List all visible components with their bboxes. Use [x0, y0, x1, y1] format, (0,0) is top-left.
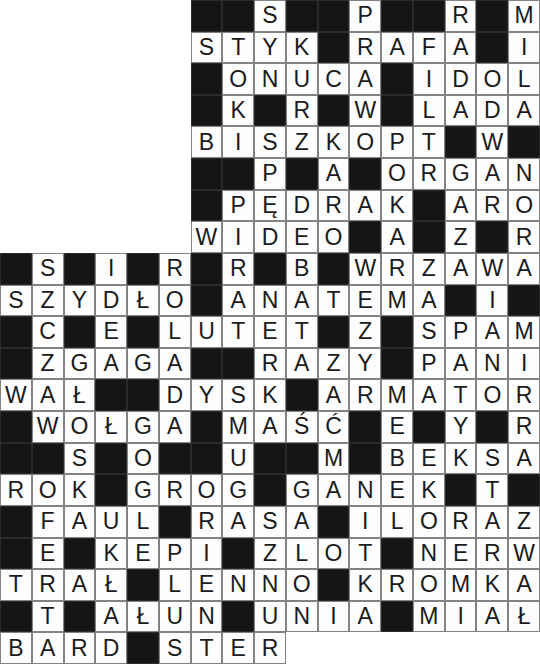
- letter-cell-r16c14: K: [413, 474, 445, 506]
- letter-cell-r10c5: Ł: [127, 285, 159, 317]
- letter-cell-r11c15: P: [445, 316, 477, 348]
- outside-r7c1: [0, 190, 32, 222]
- black-cell-r14c1: [0, 411, 32, 443]
- letter-cell-r6c16: A: [476, 158, 508, 190]
- black-cell-r9c1: [0, 253, 32, 285]
- black-cell-r18c13: [381, 538, 413, 570]
- outside-r2c2: [32, 32, 64, 64]
- letter-cell-r3c17: L: [508, 63, 540, 95]
- outside-r5c4: [95, 126, 127, 158]
- letter-cell-r8c15: Z: [445, 221, 477, 253]
- black-cell-r9c3: [64, 253, 96, 285]
- letter-cell-r18c4: K: [95, 538, 127, 570]
- black-cell-r15c4: [95, 443, 127, 475]
- letter-cell-r21c8: E: [222, 632, 254, 664]
- black-cell-r11c13: [381, 316, 413, 348]
- black-cell-r2c11: [318, 32, 350, 64]
- letter-cell-r1c9: S: [254, 0, 286, 32]
- letter-cell-r8c11: O: [318, 221, 350, 253]
- letter-cell-r2c10: K: [286, 32, 318, 64]
- black-cell-r10c15: [445, 285, 477, 317]
- letter-cell-r14c9: A: [254, 411, 286, 443]
- letter-cell-r13c17: R: [508, 379, 540, 411]
- black-cell-r1c8: [222, 0, 254, 32]
- black-cell-r11c5: [127, 316, 159, 348]
- letter-cell-r19c7: E: [191, 569, 223, 601]
- letter-cell-r20c10: N: [286, 601, 318, 633]
- outside-r1c5: [127, 0, 159, 32]
- outside-r5c6: [159, 126, 191, 158]
- letter-cell-r11c16: A: [476, 316, 508, 348]
- outside-r5c1: [0, 126, 32, 158]
- black-cell-r8c14: [413, 221, 445, 253]
- outside-r5c5: [127, 126, 159, 158]
- black-cell-r18c8: [222, 538, 254, 570]
- letter-cell-r11c14: S: [413, 316, 445, 348]
- letter-cell-r3c11: C: [318, 63, 350, 95]
- black-cell-r4c9: [254, 95, 286, 127]
- letter-cell-r14c5: G: [127, 411, 159, 443]
- letter-cell-r10c6: O: [159, 285, 191, 317]
- letter-cell-r15c8: U: [222, 443, 254, 475]
- outside-r8c4: [95, 221, 127, 253]
- letter-cell-r11c7: U: [191, 316, 223, 348]
- letter-cell-r18c12: T: [349, 538, 381, 570]
- outside-r21c10: [286, 632, 318, 664]
- letter-cell-r2c12: R: [349, 32, 381, 64]
- letter-cell-r7c16: R: [476, 190, 508, 222]
- letter-cell-r7c12: A: [349, 190, 381, 222]
- letter-cell-r2c17: I: [508, 32, 540, 64]
- letter-cell-r18c7: I: [191, 538, 223, 570]
- letter-cell-r11c10: T: [286, 316, 318, 348]
- letter-cell-r14c10: Ś: [286, 411, 318, 443]
- letter-cell-r11c12: Z: [349, 316, 381, 348]
- letter-cell-r19c6: L: [159, 569, 191, 601]
- outside-r2c3: [64, 32, 96, 64]
- letter-cell-r16c2: O: [32, 474, 64, 506]
- black-cell-r8c16: [476, 221, 508, 253]
- letter-cell-r13c6: D: [159, 379, 191, 411]
- letter-cell-r12c11: Z: [318, 348, 350, 380]
- letter-cell-r5c10: Z: [286, 126, 318, 158]
- letter-cell-r14c3: O: [64, 411, 96, 443]
- outside-r4c6: [159, 95, 191, 127]
- letter-cell-r19c2: R: [32, 569, 64, 601]
- black-cell-r19c11: [318, 569, 350, 601]
- letter-cell-r11c2: C: [32, 316, 64, 348]
- letter-cell-r8c17: R: [508, 221, 540, 253]
- letter-cell-r18c14: N: [413, 538, 445, 570]
- letter-cell-r17c15: R: [445, 506, 477, 538]
- letter-cell-r19c12: K: [349, 569, 381, 601]
- letter-cell-r6c13: O: [381, 158, 413, 190]
- outside-r3c6: [159, 63, 191, 95]
- outside-r3c3: [64, 63, 96, 95]
- letter-cell-r14c15: Y: [445, 411, 477, 443]
- letter-cell-r9c15: A: [445, 253, 477, 285]
- black-cell-r12c8: [222, 348, 254, 380]
- letter-cell-r17c12: I: [349, 506, 381, 538]
- letter-cell-r9c13: R: [381, 253, 413, 285]
- letter-cell-r5c11: K: [318, 126, 350, 158]
- letter-cell-r13c15: T: [445, 379, 477, 411]
- black-cell-r5c17: [508, 126, 540, 158]
- letter-cell-r12c3: G: [64, 348, 96, 380]
- outside-r21c11: [318, 632, 350, 664]
- letter-cell-r10c16: I: [476, 285, 508, 317]
- letter-cell-r3c15: D: [445, 63, 477, 95]
- black-cell-r12c13: [381, 348, 413, 380]
- outside-r2c6: [159, 32, 191, 64]
- letter-cell-r13c12: R: [349, 379, 381, 411]
- letter-cell-r20c16: A: [476, 601, 508, 633]
- letter-cell-r17c8: A: [222, 506, 254, 538]
- black-cell-r7c14: [413, 190, 445, 222]
- letter-cell-r17c10: A: [286, 506, 318, 538]
- letter-cell-r14c4: Ł: [95, 411, 127, 443]
- letter-cell-r7c10: D: [286, 190, 318, 222]
- outside-r6c1: [0, 158, 32, 190]
- crossword-grid: SPRMSTYKRAFAIONUCAIDOLKRWLADABISZKOPTWPA…: [0, 0, 540, 664]
- letter-cell-r2c8: T: [222, 32, 254, 64]
- black-cell-r15c1: [0, 443, 32, 475]
- black-cell-r10c17: [508, 285, 540, 317]
- letter-cell-r5c9: S: [254, 126, 286, 158]
- black-cell-r13c5: [127, 379, 159, 411]
- outside-r3c4: [95, 63, 127, 95]
- letter-cell-r19c13: R: [381, 569, 413, 601]
- letter-cell-r9c6: R: [159, 253, 191, 285]
- letter-cell-r15c11: M: [318, 443, 350, 475]
- black-cell-r6c12: [349, 158, 381, 190]
- letter-cell-r7c17: O: [508, 190, 540, 222]
- outside-r7c6: [159, 190, 191, 222]
- black-cell-r20c3: [64, 601, 96, 633]
- black-cell-r15c6: [159, 443, 191, 475]
- black-cell-r3c7: [191, 63, 223, 95]
- letter-cell-r10c9: N: [254, 285, 286, 317]
- black-cell-r15c12: [349, 443, 381, 475]
- black-cell-r19c5: [127, 569, 159, 601]
- letter-cell-r14c6: A: [159, 411, 191, 443]
- outside-r1c3: [64, 0, 96, 32]
- letter-cell-r17c13: L: [381, 506, 413, 538]
- letter-cell-r6c14: R: [413, 158, 445, 190]
- outside-r2c4: [95, 32, 127, 64]
- black-cell-r1c7: [191, 0, 223, 32]
- letter-cell-r16c1: R: [0, 474, 32, 506]
- letter-cell-r11c9: E: [254, 316, 286, 348]
- outside-r8c6: [159, 221, 191, 253]
- letter-cell-r13c11: A: [318, 379, 350, 411]
- letter-cell-r16c10: G: [286, 474, 318, 506]
- letter-cell-r20c5: Ł: [127, 601, 159, 633]
- letter-cell-r1c17: M: [508, 0, 540, 32]
- letter-cell-r12c10: A: [286, 348, 318, 380]
- letter-cell-r11c8: T: [222, 316, 254, 348]
- letter-cell-r21c4: D: [95, 632, 127, 664]
- letter-cell-r13c13: M: [381, 379, 413, 411]
- letter-cell-r12c5: G: [127, 348, 159, 380]
- letter-cell-r18c2: E: [32, 538, 64, 570]
- outside-r8c1: [0, 221, 32, 253]
- letter-cell-r5c7: B: [191, 126, 223, 158]
- outside-r7c2: [32, 190, 64, 222]
- letter-cell-r12c17: I: [508, 348, 540, 380]
- letter-cell-r3c16: O: [476, 63, 508, 95]
- black-cell-r9c9: [254, 253, 286, 285]
- outside-r4c4: [95, 95, 127, 127]
- outside-r4c3: [64, 95, 96, 127]
- black-cell-r14c7: [191, 411, 223, 443]
- letter-cell-r3c10: U: [286, 63, 318, 95]
- letter-cell-r11c17: M: [508, 316, 540, 348]
- black-cell-r14c12: [349, 411, 381, 443]
- letter-cell-r1c12: P: [349, 0, 381, 32]
- letter-cell-r10c2: Z: [32, 285, 64, 317]
- letter-cell-r15c17: A: [508, 443, 540, 475]
- letter-cell-r12c16: N: [476, 348, 508, 380]
- black-cell-r7c7: [191, 190, 223, 222]
- letter-cell-r13c8: S: [222, 379, 254, 411]
- outside-r21c12: [349, 632, 381, 664]
- letter-cell-r4c16: D: [476, 95, 508, 127]
- outside-r5c3: [64, 126, 96, 158]
- letter-cell-r8c9: D: [254, 221, 286, 253]
- letter-cell-r13c2: A: [32, 379, 64, 411]
- letter-cell-r16c16: T: [476, 474, 508, 506]
- letter-cell-r17c7: R: [191, 506, 223, 538]
- outside-r1c6: [159, 0, 191, 32]
- letter-cell-r15c3: S: [64, 443, 96, 475]
- letter-cell-r3c8: O: [222, 63, 254, 95]
- black-cell-r12c1: [0, 348, 32, 380]
- letter-cell-r18c10: L: [286, 538, 318, 570]
- letter-cell-r18c6: P: [159, 538, 191, 570]
- letter-cell-r7c15: A: [445, 190, 477, 222]
- black-cell-r9c7: [191, 253, 223, 285]
- outside-r21c13: [381, 632, 413, 664]
- black-cell-r21c5: [127, 632, 159, 664]
- outside-r4c1: [0, 95, 32, 127]
- letter-cell-r15c15: K: [445, 443, 477, 475]
- black-cell-r6c10: [286, 158, 318, 190]
- outside-r6c6: [159, 158, 191, 190]
- black-cell-r3c13: [381, 63, 413, 95]
- outside-r2c1: [0, 32, 32, 64]
- letter-cell-r15c5: O: [127, 443, 159, 475]
- letter-cell-r18c5: E: [127, 538, 159, 570]
- letter-cell-r8c13: A: [381, 221, 413, 253]
- letter-cell-r4c10: R: [286, 95, 318, 127]
- letter-cell-r10c4: D: [95, 285, 127, 317]
- letter-cell-r16c13: E: [381, 474, 413, 506]
- letter-cell-r20c11: I: [318, 601, 350, 633]
- letter-cell-r12c2: Z: [32, 348, 64, 380]
- letter-cell-r16c11: A: [318, 474, 350, 506]
- letter-cell-r5c14: T: [413, 126, 445, 158]
- letter-cell-r10c11: T: [318, 285, 350, 317]
- letter-cell-r16c7: O: [191, 474, 223, 506]
- letter-cell-r12c12: Y: [349, 348, 381, 380]
- letter-cell-r19c3: A: [64, 569, 96, 601]
- letter-cell-r20c6: U: [159, 601, 191, 633]
- black-cell-r5c15: [445, 126, 477, 158]
- letter-cell-r17c9: S: [254, 506, 286, 538]
- letter-cell-r6c11: A: [318, 158, 350, 190]
- black-cell-r15c10: [286, 443, 318, 475]
- black-cell-r15c7: [191, 443, 223, 475]
- letter-cell-r9c17: A: [508, 253, 540, 285]
- outside-r7c3: [64, 190, 96, 222]
- outside-r1c1: [0, 0, 32, 32]
- letter-cell-r5c13: P: [381, 126, 413, 158]
- letter-cell-r19c16: K: [476, 569, 508, 601]
- letter-cell-r2c15: A: [445, 32, 477, 64]
- letter-cell-r6c15: G: [445, 158, 477, 190]
- black-cell-r16c17: [508, 474, 540, 506]
- outside-r6c2: [32, 158, 64, 190]
- black-cell-r1c11: [318, 0, 350, 32]
- letter-cell-r10c14: A: [413, 285, 445, 317]
- letter-cell-r13c9: K: [254, 379, 286, 411]
- letter-cell-r9c16: W: [476, 253, 508, 285]
- letter-cell-r16c12: N: [349, 474, 381, 506]
- letter-cell-r3c9: N: [254, 63, 286, 95]
- letter-cell-r18c17: W: [508, 538, 540, 570]
- letter-cell-r19c1: T: [0, 569, 32, 601]
- letter-cell-r14c11: Ć: [318, 411, 350, 443]
- black-cell-r11c3: [64, 316, 96, 348]
- outside-r8c5: [127, 221, 159, 253]
- letter-cell-r21c6: S: [159, 632, 191, 664]
- letter-cell-r21c3: R: [64, 632, 96, 664]
- letter-cell-r1c15: R: [445, 0, 477, 32]
- letter-cell-r19c15: M: [445, 569, 477, 601]
- black-cell-r9c11: [318, 253, 350, 285]
- letter-cell-r18c11: O: [318, 538, 350, 570]
- black-cell-r16c15: [445, 474, 477, 506]
- black-cell-r2c16: [476, 32, 508, 64]
- letter-cell-r14c8: M: [222, 411, 254, 443]
- black-cell-r10c7: [191, 285, 223, 317]
- letter-cell-r2c7: S: [191, 32, 223, 64]
- letter-cell-r4c15: A: [445, 95, 477, 127]
- letter-cell-r20c2: T: [32, 601, 64, 633]
- letter-cell-r19c9: N: [254, 569, 286, 601]
- letter-cell-r12c14: P: [413, 348, 445, 380]
- letter-cell-r9c14: Z: [413, 253, 445, 285]
- letter-cell-r19c10: O: [286, 569, 318, 601]
- outside-r3c2: [32, 63, 64, 95]
- black-cell-r4c13: [381, 95, 413, 127]
- letter-cell-r20c15: I: [445, 601, 477, 633]
- black-cell-r4c7: [191, 95, 223, 127]
- letter-cell-r17c14: O: [413, 506, 445, 538]
- black-cell-r15c9: [254, 443, 286, 475]
- letter-cell-r10c10: A: [286, 285, 318, 317]
- letter-cell-r12c9: R: [254, 348, 286, 380]
- outside-r2c5: [127, 32, 159, 64]
- letter-cell-r16c8: G: [222, 474, 254, 506]
- letter-cell-r12c6: A: [159, 348, 191, 380]
- letter-cell-r5c16: W: [476, 126, 508, 158]
- letter-cell-r21c7: T: [191, 632, 223, 664]
- letter-cell-r17c5: L: [127, 506, 159, 538]
- letter-cell-r2c9: Y: [254, 32, 286, 64]
- black-cell-r11c11: [318, 316, 350, 348]
- letter-cell-r20c7: N: [191, 601, 223, 633]
- outside-r21c16: [476, 632, 508, 664]
- letter-cell-r17c3: A: [64, 506, 96, 538]
- black-cell-r14c14: [413, 411, 445, 443]
- black-cell-r6c7: [191, 158, 223, 190]
- black-cell-r16c9: [254, 474, 286, 506]
- letter-cell-r4c14: L: [413, 95, 445, 127]
- letter-cell-r12c15: A: [445, 348, 477, 380]
- outside-r8c3: [64, 221, 96, 253]
- outside-r3c1: [0, 63, 32, 95]
- black-cell-r8c12: [349, 221, 381, 253]
- outside-r4c5: [127, 95, 159, 127]
- outside-r7c4: [95, 190, 127, 222]
- letter-cell-r13c7: Y: [191, 379, 223, 411]
- letter-cell-r7c13: K: [381, 190, 413, 222]
- outside-r21c14: [413, 632, 445, 664]
- letter-cell-r13c3: Ł: [64, 379, 96, 411]
- black-cell-r4c11: [318, 95, 350, 127]
- black-cell-r6c8: [222, 158, 254, 190]
- letter-cell-r18c15: E: [445, 538, 477, 570]
- letter-cell-r4c12: W: [349, 95, 381, 127]
- outside-r1c2: [32, 0, 64, 32]
- letter-cell-r16c6: R: [159, 474, 191, 506]
- letter-cell-r4c17: A: [508, 95, 540, 127]
- letter-cell-r10c8: A: [222, 285, 254, 317]
- letter-cell-r20c17: Ł: [508, 601, 540, 633]
- black-cell-r1c10: [286, 0, 318, 32]
- letter-cell-r10c3: Y: [64, 285, 96, 317]
- letter-cell-r8c7: W: [191, 221, 223, 253]
- black-cell-r20c1: [0, 601, 32, 633]
- outside-r5c2: [32, 126, 64, 158]
- black-cell-r20c8: [222, 601, 254, 633]
- letter-cell-r21c2: A: [32, 632, 64, 664]
- letter-cell-r13c1: W: [0, 379, 32, 411]
- letter-cell-r17c2: F: [32, 506, 64, 538]
- letter-cell-r7c9: Ę: [254, 190, 286, 222]
- letter-cell-r21c9: R: [254, 632, 286, 664]
- letter-cell-r18c9: Z: [254, 538, 286, 570]
- letter-cell-r19c4: Ł: [95, 569, 127, 601]
- letter-cell-r7c11: R: [318, 190, 350, 222]
- letter-cell-r11c4: E: [95, 316, 127, 348]
- letter-cell-r6c17: N: [508, 158, 540, 190]
- black-cell-r20c13: [381, 601, 413, 633]
- letter-cell-r11c6: L: [159, 316, 191, 348]
- letter-cell-r17c16: A: [476, 506, 508, 538]
- letter-cell-r3c12: A: [349, 63, 381, 95]
- letter-cell-r21c1: B: [0, 632, 32, 664]
- letter-cell-r15c16: S: [476, 443, 508, 475]
- black-cell-r1c14: [413, 0, 445, 32]
- letter-cell-r10c12: E: [349, 285, 381, 317]
- outside-r6c5: [127, 158, 159, 190]
- outside-r21c17: [508, 632, 540, 664]
- letter-cell-r19c17: A: [508, 569, 540, 601]
- letter-cell-r2c13: A: [381, 32, 413, 64]
